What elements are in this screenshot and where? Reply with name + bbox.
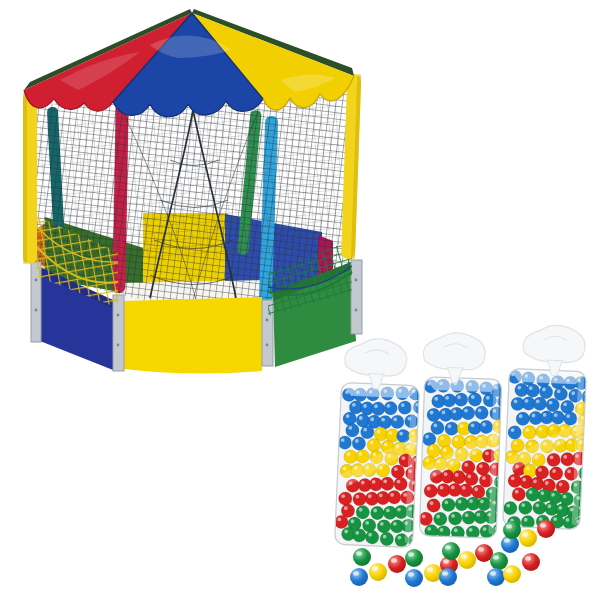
- loose-ball-yellow: [458, 551, 476, 569]
- ball-bag: [417, 332, 513, 542]
- ball-highlight: [442, 571, 448, 575]
- ball-highlight: [506, 524, 512, 528]
- loose-ball-yellow: [369, 563, 387, 581]
- loose-ball-green: [405, 549, 423, 567]
- loose-ball-yellow: [519, 529, 537, 547]
- ball-highlight: [490, 571, 496, 575]
- ball-highlight: [427, 567, 433, 571]
- bracket-right: [351, 260, 362, 334]
- ball-highlight: [356, 551, 362, 555]
- ball-highlight: [506, 568, 512, 572]
- ball-highlight: [443, 559, 449, 563]
- ball-highlight: [445, 545, 451, 549]
- ball-highlight: [408, 572, 414, 576]
- loose-ball-green: [353, 548, 371, 566]
- loose-ball-red: [537, 520, 555, 538]
- ball-highlight: [461, 554, 467, 558]
- bag-knot: [523, 324, 586, 363]
- ball-highlight: [504, 538, 510, 542]
- base-panel-yellow: [124, 297, 262, 374]
- loose-ball-green: [442, 542, 460, 560]
- ball-bags: [334, 323, 599, 548]
- ball-highlight: [391, 558, 397, 562]
- ball-highlight: [372, 566, 378, 570]
- ball-highlight: [408, 552, 414, 556]
- bag-knot: [344, 337, 407, 376]
- ball-bag: [502, 323, 599, 533]
- ball-highlight: [540, 523, 546, 527]
- loose-ball-blue: [487, 568, 505, 586]
- canopy: [24, 9, 354, 117]
- scene-svg: [0, 0, 600, 600]
- ball-highlight: [478, 547, 484, 551]
- bag-knot: [423, 332, 486, 371]
- product-photo: [0, 0, 600, 600]
- loose-ball-blue: [350, 568, 368, 586]
- loose-ball-blue: [439, 568, 457, 586]
- ball-highlight: [493, 555, 499, 559]
- ball-bag: [334, 337, 431, 548]
- ball-highlight: [525, 556, 531, 560]
- pole-shade: [23, 92, 27, 264]
- loose-ball-red: [388, 555, 406, 573]
- loose-ball-green: [503, 521, 521, 539]
- ball-highlight: [353, 571, 359, 575]
- loose-ball-green: [490, 552, 508, 570]
- ball-highlight: [522, 532, 528, 536]
- loose-ball-blue: [405, 569, 423, 587]
- loose-ball-yellow: [503, 565, 521, 583]
- ball-pit-playpen: [23, 9, 362, 374]
- loose-ball-red: [522, 553, 540, 571]
